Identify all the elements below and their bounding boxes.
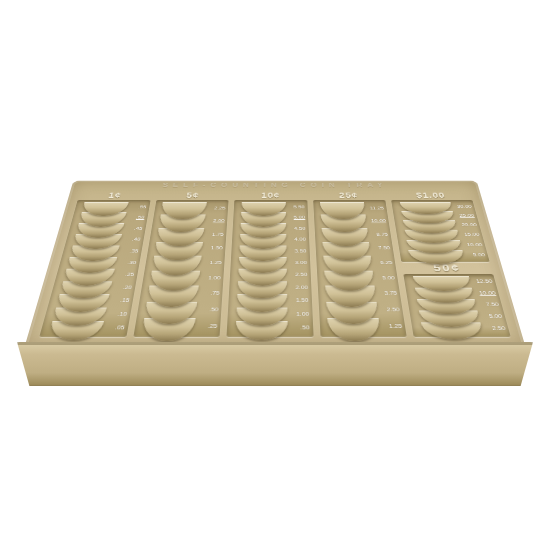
- coin-tray: SELF-COUNTING COIN TRAY 1¢.55.50.45.40.3…: [15, 90, 535, 386]
- amount-label-dimes: 2.00: [295, 285, 308, 290]
- amount-label-dimes: 1.00: [296, 311, 309, 316]
- amount-label-half-dollars: 2.50: [491, 326, 506, 331]
- coin-slot-stack-nickels: [136, 202, 212, 335]
- amount-label-quarters: 1.25: [388, 323, 402, 328]
- coin-channel-half-dollars: 12.5010.007.505.002.50: [403, 274, 511, 337]
- denomination-header-nickels: 5¢: [156, 191, 229, 200]
- coin-channel-dimes: 5.505.004.504.003.503.002.502.001.501.00…: [226, 200, 313, 337]
- channel-column-pennies: 1¢.55.50.45.40.35.30.25.20.15.10.05: [39, 191, 152, 337]
- tray-front-face: [17, 342, 533, 386]
- amount-label-dimes: 4.50: [294, 226, 306, 230]
- coin-slot: [156, 202, 212, 215]
- rim-embossed-text: SELF-COUNTING COIN TRAY: [71, 182, 479, 188]
- amount-label-half-dollars: 10.00: [478, 290, 496, 295]
- amount-label-quarters: 5.00: [382, 275, 395, 280]
- coin-slot: [236, 202, 290, 212]
- amount-label-dollars: 10.00: [466, 242, 483, 246]
- coin-slot: [406, 276, 478, 287]
- amount-label-half-dollars: 12.50: [476, 279, 493, 284]
- amount-label-nickels: 1.50: [210, 246, 222, 250]
- amount-label-dollars: 25.00: [459, 213, 475, 217]
- amount-label-dimes: 4.00: [294, 237, 306, 241]
- amount-label-pennies: .15: [120, 298, 130, 303]
- amount-label-dollars: 5.00: [472, 252, 485, 256]
- coin-slot-stack-dimes: [230, 202, 294, 335]
- amount-label-pennies: .10: [117, 311, 127, 316]
- channel-column-dollars-halves: $1.0030.0025.0020.0015.0010.005.0050¢12.…: [390, 191, 511, 337]
- amount-label-dimes: 5.50: [293, 205, 305, 209]
- amount-label-pennies: .40: [132, 237, 141, 241]
- coin-slot-stack-half-dollars: [406, 276, 490, 335]
- amount-label-dimes: 1.50: [296, 298, 309, 303]
- amount-label-dimes: 3.50: [294, 248, 306, 252]
- amount-label-pennies: .05: [115, 325, 126, 330]
- amount-label-nickels: .25: [208, 323, 218, 328]
- denomination-header-dimes: 10¢: [234, 191, 307, 200]
- amount-label-nickels: 1.75: [212, 232, 224, 236]
- amount-label-dimes: 3.00: [295, 260, 307, 265]
- amount-label-quarters: 10.00: [371, 219, 387, 223]
- amount-label-pennies: .50: [136, 215, 145, 219]
- amount-label-nickels: 2.00: [213, 219, 225, 223]
- coin-slot: [77, 202, 133, 212]
- coin-channel-pennies: .55.50.45.40.35.30.25.20.15.10.05: [39, 200, 150, 337]
- photo-background: SELF-COUNTING COIN TRAY 1¢.55.50.45.40.3…: [0, 0, 550, 550]
- amount-label-quarters: 6.25: [380, 260, 393, 265]
- denomination-header-pennies: 1¢: [78, 191, 152, 200]
- amount-label-dollars: 30.00: [456, 204, 472, 208]
- coin-channel-nickels: 2.252.001.751.501.251.00.75.50.25: [133, 200, 229, 337]
- coin-channel-dollars: 30.0025.0020.0015.0010.005.00: [391, 200, 490, 262]
- amount-label-pennies: .35: [129, 248, 138, 252]
- amount-label-quarters: 8.75: [376, 232, 388, 236]
- denomination-header-half-dollars: 50¢: [401, 262, 493, 274]
- coin-slot: [315, 202, 370, 215]
- denomination-header-dollars: $1.00: [390, 191, 473, 200]
- coin-channels: 1¢.55.50.45.40.35.30.25.20.15.10.055¢2.2…: [39, 191, 511, 337]
- amount-label-nickels: .75: [210, 290, 220, 295]
- amount-label-quarters: 3.75: [384, 290, 398, 295]
- amount-label-pennies: .30: [127, 260, 137, 265]
- amount-label-dimes: 2.50: [295, 272, 308, 277]
- tray-top-surface: SELF-COUNTING COIN TRAY 1¢.55.50.45.40.3…: [25, 181, 525, 345]
- coin-slot: [394, 202, 459, 211]
- amount-label-half-dollars: 7.50: [485, 302, 499, 307]
- amount-label-nickels: 1.25: [209, 260, 222, 265]
- amount-label-quarters: 11.25: [369, 206, 384, 210]
- amount-label-nickels: 1.00: [208, 275, 221, 280]
- amount-label-quarters: 2.50: [386, 307, 400, 312]
- coin-channel-quarters: 11.2510.008.757.506.255.003.752.501.25: [313, 200, 407, 337]
- amount-scale-dimes: 5.505.004.504.003.503.002.502.001.501.00…: [290, 202, 311, 335]
- denomination-header-quarters: 25¢: [312, 191, 385, 200]
- amount-label-pennies: .55: [138, 205, 147, 209]
- amount-label-dollars: 15.00: [464, 232, 480, 236]
- channel-column-dimes: 10¢5.505.004.504.003.503.002.502.001.501…: [226, 191, 313, 337]
- amount-label-nickels: 2.25: [214, 206, 226, 210]
- amount-label-dollars: 20.00: [461, 223, 477, 227]
- amount-label-dimes: .50: [300, 325, 310, 330]
- amount-label-pennies: .45: [134, 226, 143, 230]
- amount-label-nickels: .50: [209, 307, 219, 312]
- amount-label-half-dollars: 5.00: [488, 314, 503, 319]
- amount-label-pennies: .20: [122, 285, 132, 290]
- amount-label-quarters: 7.50: [378, 246, 391, 250]
- amount-label-pennies: .25: [125, 272, 135, 277]
- amount-label-dimes: 5.00: [294, 215, 306, 219]
